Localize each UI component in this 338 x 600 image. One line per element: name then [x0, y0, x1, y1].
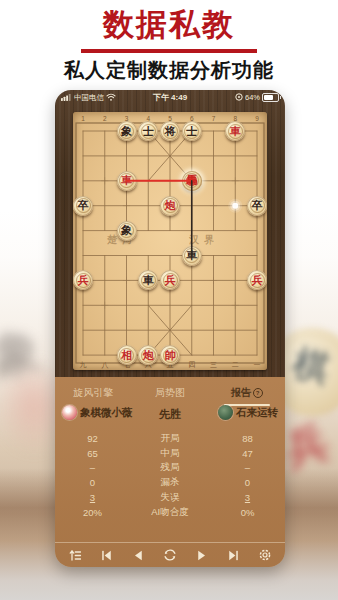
stat-AI吻合度-left: 20%: [55, 507, 130, 518]
tab-bar: 旋风引擎局势图报告?: [55, 383, 285, 406]
last-move-button[interactable]: [225, 547, 241, 563]
settings-icon: [258, 548, 272, 562]
stat-失误-label: 失误: [130, 491, 210, 504]
moves-list-button[interactable]: [67, 547, 83, 563]
stat-开局-left: 92: [55, 433, 130, 444]
stat-AI吻合度-right: 0%: [210, 507, 285, 518]
stat-失误-right[interactable]: 3: [210, 492, 285, 503]
tab-report-label: 报告: [231, 387, 251, 398]
pieces-layer: 象士将士車車馬卒炮卒象車兵車兵兵相炮帥: [73, 112, 267, 370]
banner-title: 数据私教: [0, 4, 338, 46]
player-right: 石来运转: [218, 405, 278, 420]
player-right-name: 石来运转: [236, 406, 278, 420]
last-move-icon: [227, 549, 240, 562]
piece-red-兵[interactable]: 兵: [160, 270, 180, 290]
tab-situation-chart[interactable]: 局势图: [132, 383, 209, 406]
stat-row-中局: 65中局47: [55, 446, 285, 461]
stat-开局-right: 88: [210, 433, 285, 444]
player-right-avatar[interactable]: [218, 405, 233, 420]
piece-red-車[interactable]: 車: [117, 171, 137, 191]
piece-red-相[interactable]: 相: [117, 345, 137, 365]
status-bar: 下午 4:49 中国电信 64%: [55, 90, 285, 105]
stat-row-AI吻合度: 20%AI吻合度0%: [55, 505, 285, 520]
piece-black-士[interactable]: 士: [182, 121, 202, 141]
app-screenshot: 下午 4:49 中国电信 64% 123456789 楚河 汉界 象士将士車車馬…: [55, 90, 285, 567]
piece-red-馬[interactable]: 馬: [182, 171, 202, 191]
battery-icon: [262, 93, 279, 102]
piece-red-炮[interactable]: 炮: [160, 196, 180, 216]
tab-situation-chart-label: 局势图: [155, 387, 185, 398]
stat-AI吻合度-label: AI吻合度: [130, 506, 210, 519]
background-dark-glyph: 棋: [288, 338, 335, 394]
stat-中局-right: 47: [210, 448, 285, 459]
report-panel: 旋风引擎局势图报告? 象棋微小薇 先胜 石来运转 92开局8865中局47–残局…: [55, 377, 285, 567]
stat-row-残局: –残局–: [55, 461, 285, 476]
orientation-lock-icon: [235, 93, 243, 103]
tab-report[interactable]: 报告?: [208, 383, 285, 406]
piece-red-兵[interactable]: 兵: [247, 270, 267, 290]
stat-row-失误: 3失误3: [55, 490, 285, 505]
tab-whirlwind-engine[interactable]: 旋风引擎: [55, 383, 132, 406]
moves-list-icon: [68, 548, 82, 562]
settings-button[interactable]: [257, 547, 273, 563]
piece-black-卒[interactable]: 卒: [73, 196, 93, 216]
next-move-button[interactable]: [194, 547, 210, 563]
stat-开局-label: 开局: [130, 432, 210, 445]
stat-残局-left: –: [55, 462, 130, 473]
piece-black-将[interactable]: 将: [160, 121, 180, 141]
piece-red-炮[interactable]: 炮: [138, 345, 158, 365]
stat-漏杀-left: 0: [55, 477, 130, 488]
piece-black-象[interactable]: 象: [117, 121, 137, 141]
stat-中局-label: 中局: [130, 447, 210, 460]
prev-move-button[interactable]: [130, 547, 146, 563]
help-icon[interactable]: ?: [253, 388, 263, 398]
first-move-button[interactable]: [99, 547, 115, 563]
piece-red-車[interactable]: 車: [225, 121, 245, 141]
banner-subtitle: 私人定制数据分析功能: [0, 57, 338, 84]
piece-black-車[interactable]: 車: [138, 270, 158, 290]
piece-black-車[interactable]: 車: [182, 246, 202, 266]
next-move-icon: [195, 549, 208, 562]
players-row: 象棋微小薇 先胜 石来运转: [55, 405, 285, 425]
stat-残局-right: –: [210, 462, 285, 473]
tab-whirlwind-engine-label: 旋风引擎: [73, 387, 113, 398]
refresh-button[interactable]: [162, 547, 178, 563]
report-stats: 92开局8865中局47–残局–0漏杀03失误320%AI吻合度0%: [55, 431, 285, 520]
stat-漏杀-right: 0: [210, 477, 285, 488]
stat-中局-left: 65: [55, 448, 130, 459]
xiangqi-board[interactable]: 123456789 楚河 汉界 象士将士車車馬卒炮卒象車兵車兵兵相炮帥 九八七六…: [73, 112, 267, 370]
piece-red-帥[interactable]: 帥: [160, 345, 180, 365]
wifi-icon: [106, 93, 116, 103]
board-section: 下午 4:49 中国电信 64% 123456789 楚河 汉界 象士将士車車馬…: [55, 90, 285, 377]
stat-失误-left[interactable]: 3: [55, 492, 130, 503]
carrier-label: 中国电信: [74, 93, 104, 103]
piece-black-卒[interactable]: 卒: [247, 196, 267, 216]
refresh-icon: [163, 548, 177, 562]
piece-red-兵[interactable]: 兵: [73, 270, 93, 290]
signal-icon: [61, 93, 72, 103]
prev-move-icon: [132, 549, 145, 562]
piece-black-士[interactable]: 士: [138, 121, 158, 141]
first-move-icon: [100, 549, 113, 562]
battery-percent: 64%: [245, 93, 260, 102]
background-left-glyph: 象: [0, 319, 44, 389]
playback-toolbar: [55, 542, 285, 567]
stat-漏杀-label: 漏杀: [130, 476, 210, 489]
piece-black-象[interactable]: 象: [117, 221, 137, 241]
stat-row-漏杀: 0漏杀0: [55, 475, 285, 490]
stat-row-开局: 92开局88: [55, 431, 285, 446]
stat-残局-label: 残局: [130, 461, 210, 474]
promo-banner: 数据私教 私人定制数据分析功能: [0, 0, 338, 90]
banner-divider: [81, 49, 257, 53]
